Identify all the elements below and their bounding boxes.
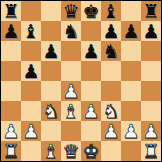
square-d6[interactable] — [61, 41, 81, 61]
square-f7[interactable]: ♟ — [101, 21, 121, 41]
piece-white-bishop: ♝ — [42, 141, 59, 161]
piece-black-bishop: ♝ — [22, 21, 39, 41]
piece-white-king: ♚ — [82, 141, 99, 161]
square-h5[interactable] — [141, 61, 161, 81]
square-f4[interactable] — [101, 81, 121, 101]
piece-white-pawn: ♟ — [142, 121, 159, 141]
square-b5[interactable]: ♟ — [21, 61, 41, 81]
square-f5[interactable] — [101, 61, 121, 81]
square-h7[interactable]: ♟ — [141, 21, 161, 41]
square-g6[interactable] — [121, 41, 141, 61]
square-b4[interactable] — [21, 81, 41, 101]
square-a5[interactable] — [1, 61, 21, 81]
square-d1[interactable]: ♛ — [61, 141, 81, 161]
piece-white-knight: ♞ — [102, 101, 119, 121]
square-a8[interactable]: ♜ — [1, 1, 21, 21]
square-e8[interactable]: ♚ — [81, 1, 101, 21]
square-b8[interactable] — [21, 1, 41, 21]
square-f1[interactable] — [101, 141, 121, 161]
square-g3[interactable] — [121, 101, 141, 121]
square-f6[interactable]: ♞ — [101, 41, 121, 61]
square-c6[interactable]: ♟ — [41, 41, 61, 61]
square-a2[interactable]: ♟ — [1, 121, 21, 141]
square-f3[interactable]: ♞ — [101, 101, 121, 121]
piece-white-rook: ♜ — [142, 141, 159, 161]
piece-black-knight: ♞ — [62, 21, 79, 41]
square-g1[interactable] — [121, 141, 141, 161]
square-c1[interactable]: ♝ — [41, 141, 61, 161]
square-c5[interactable] — [41, 61, 61, 81]
piece-white-pawn: ♟ — [2, 121, 19, 141]
square-f2[interactable]: ♟ — [101, 121, 121, 141]
square-d7[interactable]: ♞ — [61, 21, 81, 41]
square-a6[interactable] — [1, 41, 21, 61]
square-g7[interactable]: ♟ — [121, 21, 141, 41]
square-a4[interactable] — [1, 81, 21, 101]
piece-white-pawn: ♟ — [22, 121, 39, 141]
square-c4[interactable] — [41, 81, 61, 101]
piece-white-pawn: ♟ — [62, 81, 79, 101]
square-h6[interactable] — [141, 41, 161, 61]
piece-white-knight: ♞ — [42, 101, 59, 121]
square-g5[interactable] — [121, 61, 141, 81]
piece-black-pawn: ♟ — [82, 41, 99, 61]
square-d5[interactable] — [61, 61, 81, 81]
square-d8[interactable]: ♛ — [61, 1, 81, 21]
piece-black-queen: ♛ — [62, 1, 79, 21]
square-c8[interactable] — [41, 1, 61, 21]
square-b1[interactable] — [21, 141, 41, 161]
piece-white-rook: ♜ — [2, 141, 19, 161]
square-h4[interactable] — [141, 81, 161, 101]
square-h3[interactable] — [141, 101, 161, 121]
piece-black-pawn: ♟ — [2, 21, 19, 41]
square-e3[interactable]: ♟ — [81, 101, 101, 121]
chess-board: ♜♛♚♝♜♟♝♞♟♟♟♟♟♞♟♟♞♝♟♞♟♟♟♟♟♜♝♛♚♜ — [1, 1, 161, 161]
piece-black-rook: ♜ — [142, 1, 159, 21]
piece-white-queen: ♛ — [62, 141, 79, 161]
square-d4[interactable]: ♟ — [61, 81, 81, 101]
piece-black-bishop: ♝ — [102, 1, 119, 21]
piece-black-pawn: ♟ — [102, 21, 119, 41]
square-e2[interactable] — [81, 121, 101, 141]
square-c7[interactable] — [41, 21, 61, 41]
square-e5[interactable] — [81, 61, 101, 81]
square-c2[interactable] — [41, 121, 61, 141]
piece-black-knight: ♞ — [102, 41, 119, 61]
square-b7[interactable]: ♝ — [21, 21, 41, 41]
piece-white-pawn: ♟ — [82, 101, 99, 121]
piece-black-pawn: ♟ — [122, 21, 139, 41]
square-g8[interactable] — [121, 1, 141, 21]
square-e4[interactable] — [81, 81, 101, 101]
square-d3[interactable]: ♝ — [61, 101, 81, 121]
square-a1[interactable]: ♜ — [1, 141, 21, 161]
square-a7[interactable]: ♟ — [1, 21, 21, 41]
piece-black-pawn: ♟ — [42, 41, 59, 61]
square-f8[interactable]: ♝ — [101, 1, 121, 21]
square-e7[interactable] — [81, 21, 101, 41]
chess-board-frame: ♜♛♚♝♜♟♝♞♟♟♟♟♟♞♟♟♞♝♟♞♟♟♟♟♟♜♝♛♚♜ — [0, 0, 162, 162]
piece-white-bishop: ♝ — [62, 101, 79, 121]
square-e1[interactable]: ♚ — [81, 141, 101, 161]
square-g4[interactable] — [121, 81, 141, 101]
piece-white-pawn: ♟ — [102, 121, 119, 141]
square-b3[interactable] — [21, 101, 41, 121]
piece-white-pawn: ♟ — [122, 121, 139, 141]
piece-black-pawn: ♟ — [142, 21, 159, 41]
piece-black-king: ♚ — [82, 1, 99, 21]
square-h8[interactable]: ♜ — [141, 1, 161, 21]
square-c3[interactable]: ♞ — [41, 101, 61, 121]
square-g2[interactable]: ♟ — [121, 121, 141, 141]
square-e6[interactable]: ♟ — [81, 41, 101, 61]
piece-black-rook: ♜ — [2, 1, 19, 21]
piece-black-pawn: ♟ — [22, 61, 39, 81]
square-a3[interactable] — [1, 101, 21, 121]
square-h1[interactable]: ♜ — [141, 141, 161, 161]
square-b2[interactable]: ♟ — [21, 121, 41, 141]
square-b6[interactable] — [21, 41, 41, 61]
square-h2[interactable]: ♟ — [141, 121, 161, 141]
square-d2[interactable] — [61, 121, 81, 141]
